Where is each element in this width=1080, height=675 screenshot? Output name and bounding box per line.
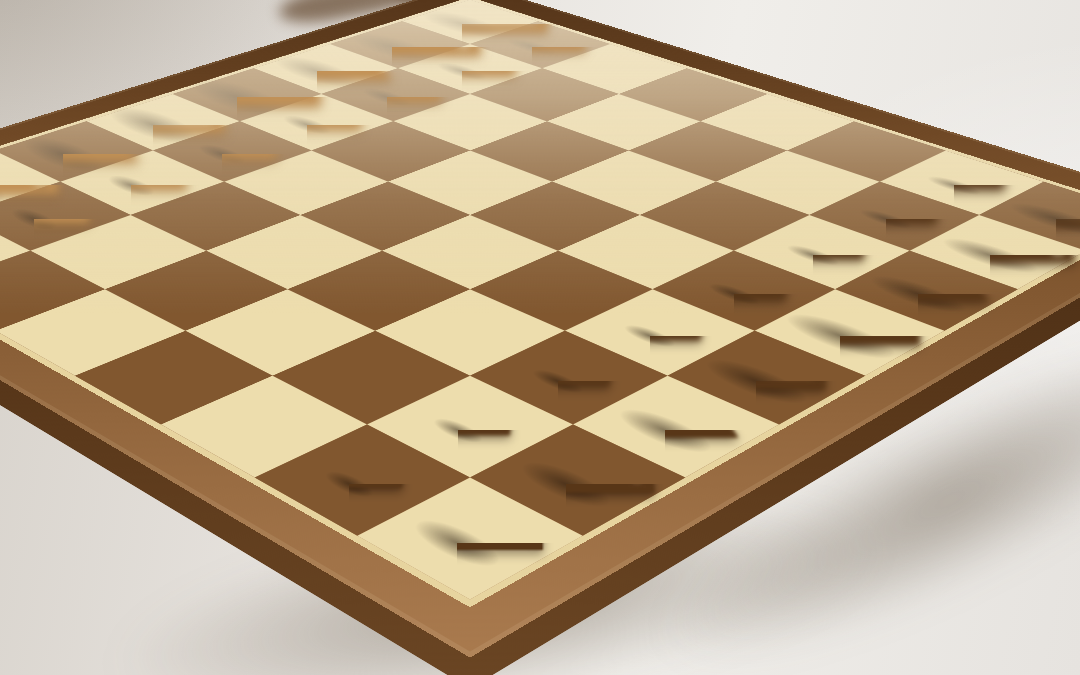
chess-photo-scene: ♜♟♟♜♞♟♟♞♝♟♟♝♚♟♟♚♛♟♟♛♝♟♟♝♞♟♟♞♜♟♟♜ [0,0,1080,675]
square-a8: ♜ [357,478,582,600]
